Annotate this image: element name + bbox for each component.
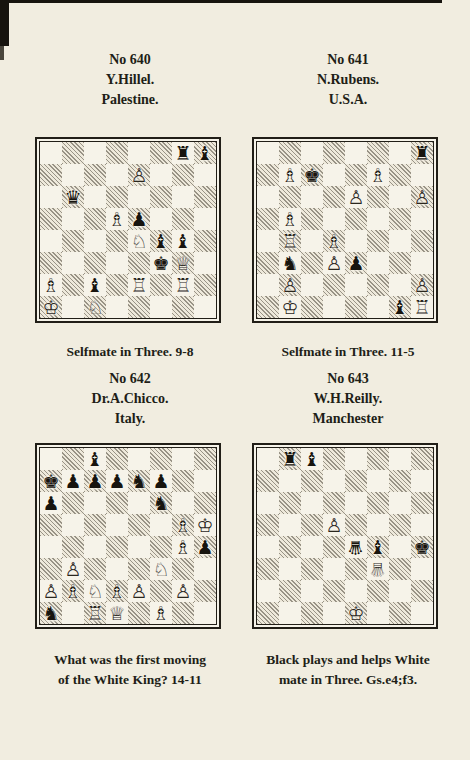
white-bishop: ♗	[108, 582, 125, 601]
square-f7	[150, 164, 172, 186]
square-e5: ♟	[128, 208, 150, 230]
square-c6	[301, 492, 323, 514]
square-h4: ♚	[411, 536, 433, 558]
square-c8	[84, 142, 106, 164]
square-d7: ♟	[106, 470, 128, 492]
square-c3	[301, 558, 323, 580]
square-e6: ♙	[345, 186, 367, 208]
square-b7: ♟	[62, 470, 84, 492]
square-f4	[367, 230, 389, 252]
square-f6	[367, 492, 389, 514]
square-a6	[40, 186, 62, 208]
square-b7	[62, 164, 84, 186]
white-knight: ♘	[130, 232, 147, 251]
square-f8	[367, 448, 389, 470]
square-h8	[411, 448, 433, 470]
problem-number: No 641	[238, 50, 458, 70]
square-e5	[345, 208, 367, 230]
white-rook: ♖	[174, 276, 191, 295]
square-h5	[411, 208, 433, 230]
scan-artifact-top-edge	[8, 0, 442, 3]
square-c2	[301, 274, 323, 296]
black-bishop: ♝	[369, 538, 386, 557]
square-h2	[194, 274, 216, 296]
square-d5	[323, 208, 345, 230]
square-d1	[323, 602, 345, 624]
white-bishop: ♗	[108, 210, 125, 229]
square-g7	[389, 164, 411, 186]
square-a4	[40, 230, 62, 252]
square-e3	[128, 252, 150, 274]
composer-name: N.Rubens.	[238, 70, 458, 90]
square-c8	[301, 142, 323, 164]
square-a3	[257, 558, 279, 580]
white-grasshopper: ♕	[369, 560, 386, 579]
black-bishop: ♝	[391, 298, 408, 317]
square-g1	[172, 602, 194, 624]
problem-header-643: No 643 W.H.Reilly. Manchester	[238, 369, 458, 429]
square-a2	[257, 274, 279, 296]
caption-line: of the White King? 14-11	[10, 670, 250, 690]
square-d1	[323, 296, 345, 318]
square-c7	[84, 164, 106, 186]
black-knight: ♞	[42, 604, 59, 623]
black-bishop: ♝	[86, 276, 103, 295]
square-a8	[257, 142, 279, 164]
square-b2	[279, 580, 301, 602]
square-d2: ♗	[106, 580, 128, 602]
square-e7: ♞	[128, 470, 150, 492]
white-pawn: ♙	[130, 166, 147, 185]
square-a5	[40, 208, 62, 230]
square-b7	[279, 470, 301, 492]
scan-artifact-corner-bar	[0, 0, 9, 46]
square-c2: ♝	[84, 274, 106, 296]
square-b3: ♙	[62, 558, 84, 580]
white-knight: ♘	[86, 582, 103, 601]
square-b1	[279, 602, 301, 624]
square-d7	[106, 164, 128, 186]
square-a3	[40, 558, 62, 580]
square-f7: ♟	[150, 470, 172, 492]
white-rook: ♖	[413, 298, 430, 317]
caption-641: Selfmate in Three. 11-5	[228, 342, 468, 362]
square-g3	[172, 558, 194, 580]
square-e8	[128, 448, 150, 470]
square-d2	[323, 274, 345, 296]
square-d4: ♗	[323, 230, 345, 252]
square-c4	[84, 230, 106, 252]
square-a6	[257, 492, 279, 514]
square-d5: ♙	[323, 514, 345, 536]
black-king: ♚	[303, 166, 320, 185]
square-h6	[194, 186, 216, 208]
square-g3: ♕	[172, 252, 194, 274]
square-g3	[389, 558, 411, 580]
square-b6	[279, 492, 301, 514]
square-c7: ♟	[84, 470, 106, 492]
square-g2	[389, 274, 411, 296]
caption-640: Selfmate in Three. 9-8	[10, 342, 250, 362]
square-c4	[84, 536, 106, 558]
square-d6	[323, 492, 345, 514]
square-d8	[323, 448, 345, 470]
square-a7: ♚	[40, 470, 62, 492]
square-b4	[62, 536, 84, 558]
square-b6	[279, 186, 301, 208]
square-c8: ♝	[301, 448, 323, 470]
white-queen: ♕	[108, 604, 125, 623]
caption-line: Selfmate in Three. 9-8	[10, 342, 250, 362]
square-c4	[301, 230, 323, 252]
chess-board-640: ♜♝♙♛♗♟♘♝♝♚♕♗♝♖♖♔♘	[35, 137, 221, 323]
black-pawn: ♟	[86, 472, 103, 491]
caption-line: mate in Three. Gs.e4;f3.	[228, 670, 468, 690]
square-d4	[106, 230, 128, 252]
square-g1	[172, 296, 194, 318]
square-c5	[84, 208, 106, 230]
white-rook: ♖	[86, 604, 103, 623]
square-e8	[128, 142, 150, 164]
white-king: ♔	[196, 516, 213, 535]
square-d1: ♕	[106, 602, 128, 624]
square-h8: ♝	[194, 142, 216, 164]
white-bishop: ♗	[369, 166, 386, 185]
caption-642: What was the first moving of the White K…	[10, 650, 250, 690]
composer-name: W.H.Reilly.	[238, 389, 458, 409]
square-e1	[345, 296, 367, 318]
square-a4	[257, 230, 279, 252]
white-bishop: ♗	[281, 166, 298, 185]
square-b7: ♗	[279, 164, 301, 186]
square-f2	[367, 274, 389, 296]
black-knight: ♞	[152, 494, 169, 513]
white-king: ♔	[281, 298, 298, 317]
black-bishop: ♝	[86, 450, 103, 469]
square-g2: ♖	[172, 274, 194, 296]
square-c7	[301, 470, 323, 492]
white-knight: ♘	[152, 560, 169, 579]
square-f5	[367, 208, 389, 230]
composer-location: Palestine.	[20, 90, 240, 110]
square-e3: ♟	[345, 252, 367, 274]
square-e1: ♔	[345, 602, 367, 624]
square-f5	[150, 208, 172, 230]
square-h3	[194, 558, 216, 580]
square-g8: ♜	[172, 142, 194, 164]
square-a6	[257, 186, 279, 208]
black-rook: ♜	[281, 450, 298, 469]
square-b5	[62, 208, 84, 230]
composer-name: Dr.A.Chicco.	[20, 389, 240, 409]
problem-header-640: No 640 Y.Hillel. Palestine.	[20, 50, 240, 110]
square-d8	[106, 448, 128, 470]
black-king: ♚	[152, 254, 169, 273]
square-d6	[106, 186, 128, 208]
white-pawn: ♙	[325, 516, 342, 535]
white-bishop: ♗	[174, 516, 191, 535]
black-pawn: ♟	[130, 210, 147, 229]
square-h1	[194, 296, 216, 318]
square-d7	[323, 470, 345, 492]
square-a5	[40, 514, 62, 536]
square-f3: ♕	[367, 558, 389, 580]
square-f4	[150, 536, 172, 558]
black-knight: ♞	[281, 254, 298, 273]
white-knight: ♘	[86, 298, 103, 317]
square-e5	[128, 514, 150, 536]
square-g5	[172, 208, 194, 230]
square-h4: ♟	[194, 536, 216, 558]
square-d3: ♙	[323, 252, 345, 274]
square-h2	[411, 580, 433, 602]
square-f2	[367, 580, 389, 602]
board-grid-642: ♝♚♟♟♟♞♟♟♞♗♔♗♟♙♘♙♗♘♗♙♙♞♖♕♗	[39, 447, 217, 625]
square-b5	[62, 514, 84, 536]
square-a5	[257, 514, 279, 536]
square-e8	[345, 142, 367, 164]
square-f3: ♘	[150, 558, 172, 580]
square-h1: ♖	[411, 296, 433, 318]
square-a1: ♔	[40, 296, 62, 318]
square-e4: ♘	[128, 230, 150, 252]
square-h8	[194, 448, 216, 470]
square-f4: ♝	[367, 536, 389, 558]
square-b8	[62, 142, 84, 164]
black-pawn: ♟	[152, 472, 169, 491]
square-b1: ♔	[279, 296, 301, 318]
square-b3	[62, 252, 84, 274]
square-g8	[172, 448, 194, 470]
square-h5: ♔	[194, 514, 216, 536]
square-h7	[411, 470, 433, 492]
black-bishop: ♝	[303, 450, 320, 469]
square-f1	[367, 602, 389, 624]
square-a4	[257, 536, 279, 558]
composer-location: Manchester	[238, 409, 458, 429]
white-pawn: ♙	[130, 582, 147, 601]
square-d3	[106, 252, 128, 274]
square-g4: ♗	[172, 536, 194, 558]
square-c5	[84, 514, 106, 536]
square-e1	[128, 602, 150, 624]
square-a5	[257, 208, 279, 230]
square-b4: ♖	[279, 230, 301, 252]
square-e2	[345, 274, 367, 296]
scan-artifact-corner-smudge	[0, 46, 4, 60]
square-g1	[389, 602, 411, 624]
square-d8	[323, 142, 345, 164]
square-b2	[62, 274, 84, 296]
square-f2	[150, 274, 172, 296]
square-a7	[257, 164, 279, 186]
square-b8	[62, 448, 84, 470]
square-c3	[301, 252, 323, 274]
square-e2	[345, 580, 367, 602]
black-king: ♚	[42, 472, 59, 491]
square-d6	[323, 186, 345, 208]
white-rook: ♖	[281, 232, 298, 251]
square-d2	[106, 274, 128, 296]
square-a2	[257, 580, 279, 602]
problem-number: No 642	[20, 369, 240, 389]
square-c6	[301, 186, 323, 208]
black-knight: ♞	[130, 472, 147, 491]
square-h8: ♜	[411, 142, 433, 164]
white-pawn: ♙	[413, 188, 430, 207]
square-f7: ♗	[367, 164, 389, 186]
square-a8	[257, 448, 279, 470]
square-c1	[301, 296, 323, 318]
square-f1	[150, 296, 172, 318]
square-a3	[40, 252, 62, 274]
square-b2: ♗	[62, 580, 84, 602]
square-b8	[279, 142, 301, 164]
white-bishop: ♗	[281, 210, 298, 229]
white-pawn: ♙	[281, 276, 298, 295]
square-d5	[106, 514, 128, 536]
square-f6: ♞	[150, 492, 172, 514]
white-rook: ♖	[130, 276, 147, 295]
square-g1: ♝	[389, 296, 411, 318]
square-a7	[40, 164, 62, 186]
problem-header-641: No 641 N.Rubens. U.S.A.	[238, 50, 458, 110]
black-rook: ♜	[413, 144, 430, 163]
square-e6	[345, 492, 367, 514]
chess-board-643: ♜♝♙♛♝♚♕♔	[252, 443, 438, 629]
square-g2	[389, 580, 411, 602]
square-c3	[84, 558, 106, 580]
book-page: No 640 Y.Hillel. Palestine. No 641 N.Rub…	[0, 0, 470, 760]
square-c1: ♖	[84, 602, 106, 624]
square-c8: ♝	[84, 448, 106, 470]
square-h4	[194, 230, 216, 252]
white-pawn: ♙	[413, 276, 430, 295]
composer-location: Italy.	[20, 409, 240, 429]
square-g7	[172, 470, 194, 492]
square-d6	[106, 492, 128, 514]
square-h1	[194, 602, 216, 624]
square-g6	[389, 186, 411, 208]
square-h2	[194, 580, 216, 602]
square-g5	[389, 514, 411, 536]
board-grid-643: ♜♝♙♛♝♚♕♔	[256, 447, 434, 625]
square-a1	[257, 602, 279, 624]
white-bishop: ♗	[152, 604, 169, 623]
problem-header-642: No 642 Dr.A.Chicco. Italy.	[20, 369, 240, 429]
square-d3	[106, 558, 128, 580]
square-f8	[150, 448, 172, 470]
square-a6: ♟	[40, 492, 62, 514]
square-d8	[106, 142, 128, 164]
white-king: ♔	[42, 298, 59, 317]
square-c6	[84, 492, 106, 514]
square-e6	[128, 492, 150, 514]
square-h7	[411, 164, 433, 186]
square-d5: ♗	[106, 208, 128, 230]
problem-number: No 640	[20, 50, 240, 70]
square-g8	[389, 142, 411, 164]
white-pawn: ♙	[64, 560, 81, 579]
square-g4	[389, 230, 411, 252]
square-h5	[411, 514, 433, 536]
black-bishop: ♝	[196, 144, 213, 163]
square-f7	[367, 470, 389, 492]
black-pawn: ♟	[196, 538, 213, 557]
square-e5	[345, 514, 367, 536]
white-bishop: ♗	[325, 232, 342, 251]
square-b5: ♗	[279, 208, 301, 230]
square-g8	[389, 448, 411, 470]
square-a4	[40, 536, 62, 558]
black-pawn: ♟	[108, 472, 125, 491]
black-grasshopper: ♛	[347, 538, 364, 557]
square-c5	[301, 514, 323, 536]
square-g6	[389, 492, 411, 514]
white-bishop: ♗	[174, 538, 191, 557]
square-g5	[389, 208, 411, 230]
black-queen: ♛	[64, 188, 81, 207]
square-f6	[150, 186, 172, 208]
square-c1	[301, 602, 323, 624]
square-g2: ♙	[172, 580, 194, 602]
square-e7	[345, 470, 367, 492]
white-king: ♔	[347, 604, 364, 623]
square-e8	[345, 448, 367, 470]
square-d4	[106, 536, 128, 558]
square-e6	[128, 186, 150, 208]
composer-name: Y.Hillel.	[20, 70, 240, 90]
square-h6	[194, 492, 216, 514]
square-d7	[323, 164, 345, 186]
white-pawn: ♙	[325, 254, 342, 273]
square-e7: ♙	[128, 164, 150, 186]
square-g6	[172, 186, 194, 208]
board-grid-641: ♜♗♚♗♙♙♗♖♗♞♙♟♙♙♔♝♖	[256, 141, 434, 319]
square-f1	[367, 296, 389, 318]
square-h3	[194, 252, 216, 274]
square-h6	[411, 492, 433, 514]
white-pawn: ♙	[174, 582, 191, 601]
black-pawn: ♟	[64, 472, 81, 491]
square-d3	[323, 558, 345, 580]
square-b6: ♛	[62, 186, 84, 208]
square-c1: ♘	[84, 296, 106, 318]
square-h3	[411, 558, 433, 580]
square-e2: ♙	[128, 580, 150, 602]
square-e1	[128, 296, 150, 318]
caption-line: Black plays and helps White	[228, 650, 468, 670]
square-f6	[367, 186, 389, 208]
square-b4	[62, 230, 84, 252]
square-c6	[84, 186, 106, 208]
square-a8	[40, 448, 62, 470]
square-a8	[40, 142, 62, 164]
square-a3	[257, 252, 279, 274]
square-b5	[279, 514, 301, 536]
square-b1	[62, 296, 84, 318]
square-h7	[194, 164, 216, 186]
black-pawn: ♟	[347, 254, 364, 273]
square-c3	[84, 252, 106, 274]
square-e3	[128, 558, 150, 580]
chess-board-642: ♝♚♟♟♟♞♟♟♞♗♔♗♟♙♘♙♗♘♗♙♙♞♖♕♗	[35, 443, 221, 629]
square-g4	[389, 536, 411, 558]
square-h7	[194, 470, 216, 492]
square-f8	[367, 142, 389, 164]
white-pawn: ♙	[42, 582, 59, 601]
square-b8: ♜	[279, 448, 301, 470]
